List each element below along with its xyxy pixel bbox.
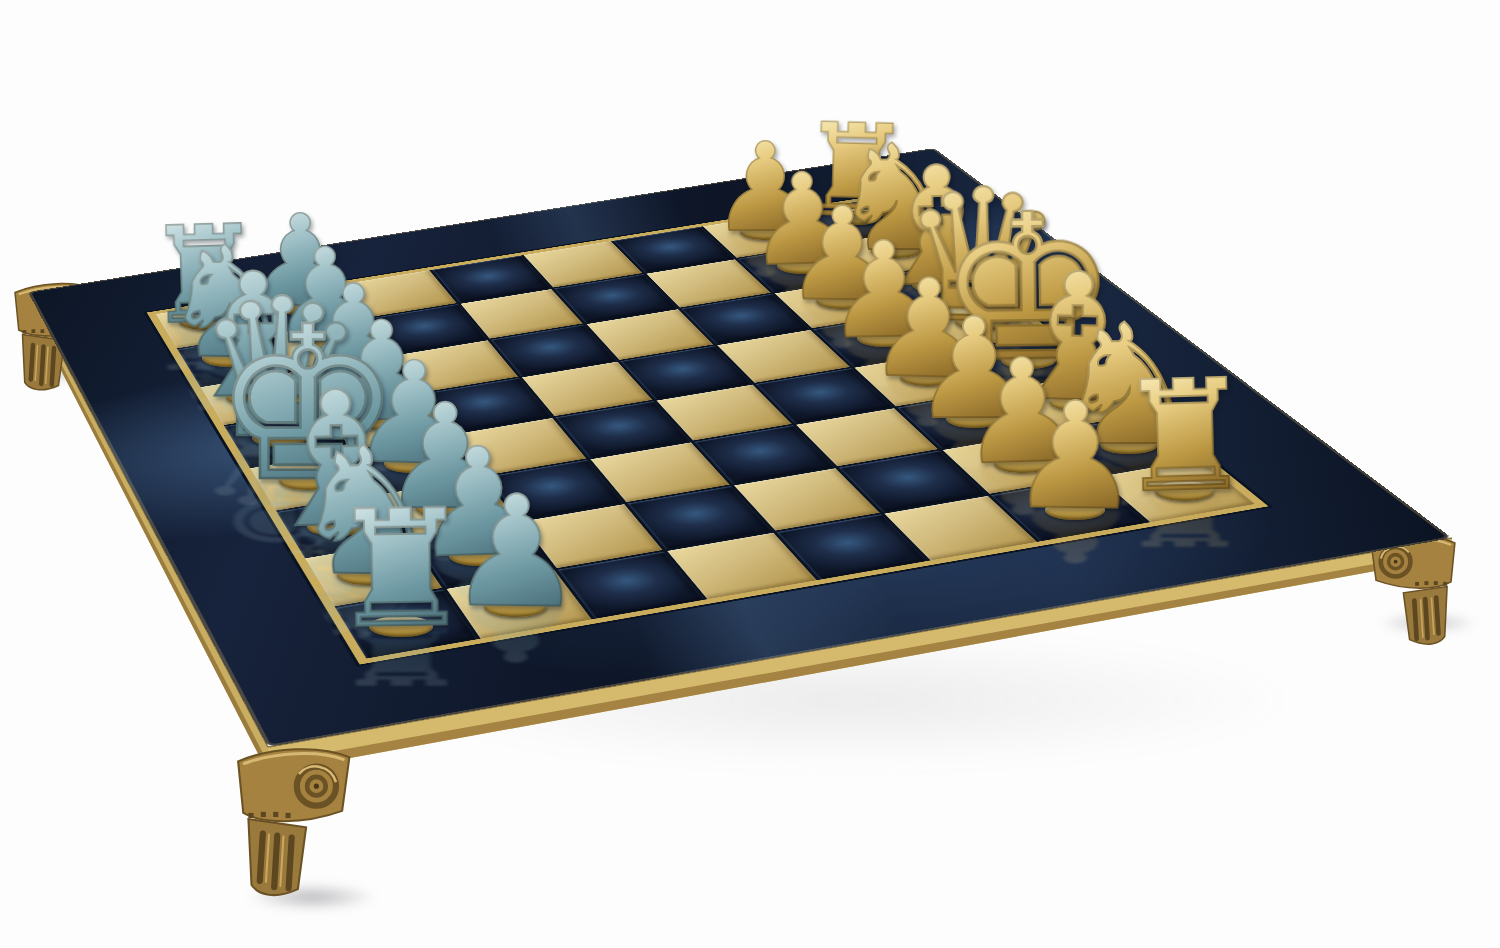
ionic-foot-east — [1371, 534, 1455, 645]
pawn-glyph: ♟ — [1008, 383, 1142, 532]
ionic-foot-south — [238, 749, 349, 895]
rook-glyph: ♜ — [328, 488, 475, 651]
product-photo-scene: ♜♜♞♞♝♝♛♛♚♚♝♝♞♞♜♜♟♟♟♟♟♟♟♟♟♟♟♟♟♟♟♟♟♟♟♟♟♟♟♟… — [0, 0, 1500, 948]
